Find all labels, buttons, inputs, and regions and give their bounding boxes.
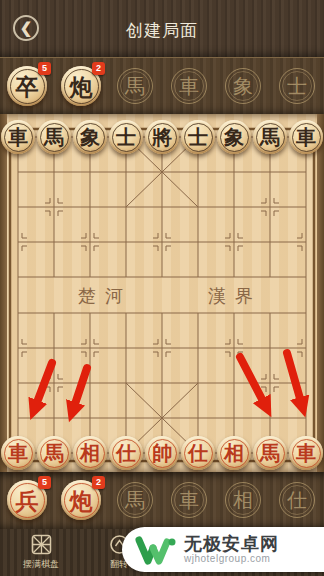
board-piece-red-general[interactable]: 帥	[145, 436, 179, 470]
piece-count-badge: 5	[38, 62, 51, 75]
piece-count-badge: 2	[92, 476, 105, 489]
tray-slot-black-chariot[interactable]: 車	[171, 68, 207, 104]
board-piece-black-advisor[interactable]: 士	[109, 120, 143, 154]
board-piece-black-chariot[interactable]: 車	[1, 120, 35, 154]
red-piece-tray: 兵 5 炮 2 馬 車 相 仕	[0, 472, 324, 529]
watermark-logo-icon	[134, 533, 176, 567]
board-piece-red-elephant[interactable]: 相	[217, 436, 251, 470]
black-piece-tray: 卒 5 炮 2 馬 車 象 士	[0, 57, 324, 115]
board-grid: 楚河 漢界	[0, 114, 324, 472]
board-piece-black-general[interactable]: 將	[145, 120, 179, 154]
tray-slot-black-elephant[interactable]: 象	[225, 68, 261, 104]
watermark-subtitle: wjhotelgroup.com	[184, 554, 279, 565]
board-piece-black-horse[interactable]: 馬	[37, 120, 71, 154]
tray-piece-black-soldier[interactable]: 卒 5	[7, 66, 47, 106]
watermark-title: 无极安卓网	[184, 535, 279, 554]
watermark-text: 无极安卓网 wjhotelgroup.com	[184, 535, 279, 564]
board-piece-red-chariot[interactable]: 車	[1, 436, 35, 470]
watermark: 无极安卓网 wjhotelgroup.com	[122, 527, 324, 572]
page-title: 创建局面	[0, 19, 324, 42]
header-bar: ❮ 创建局面	[0, 0, 324, 57]
piece-count-badge: 2	[92, 62, 105, 75]
board-piece-black-chariot[interactable]: 車	[289, 120, 323, 154]
board-piece-black-elephant[interactable]: 象	[73, 120, 107, 154]
board-piece-red-chariot[interactable]: 車	[289, 436, 323, 470]
river-label-left: 楚河	[78, 285, 132, 306]
board-piece-red-advisor[interactable]: 仕	[109, 436, 143, 470]
tray-slot-black-advisor[interactable]: 士	[279, 68, 315, 104]
board-piece-black-horse[interactable]: 馬	[253, 120, 287, 154]
board-piece-red-horse[interactable]: 馬	[253, 436, 287, 470]
board-piece-black-advisor[interactable]: 士	[181, 120, 215, 154]
board-piece-red-advisor[interactable]: 仕	[181, 436, 215, 470]
tray-piece-red-cannon[interactable]: 炮 2	[61, 480, 101, 520]
tray-slot-red-chariot[interactable]: 車	[171, 482, 207, 518]
tray-slot-red-advisor[interactable]: 仕	[279, 482, 315, 518]
tray-piece-red-soldier[interactable]: 兵 5	[7, 480, 47, 520]
river-label-right: 漢界	[208, 285, 262, 306]
fill-board-icon	[31, 534, 52, 555]
board-piece-red-horse[interactable]: 馬	[37, 436, 71, 470]
tray-slot-black-horse[interactable]: 馬	[117, 68, 153, 104]
tray-slot-red-horse[interactable]: 馬	[117, 482, 153, 518]
tray-slot-red-elephant[interactable]: 相	[225, 482, 261, 518]
tray-piece-black-cannon[interactable]: 炮 2	[61, 66, 101, 106]
xiangqi-board[interactable]: 楚河 漢界 車 馬 象 士 將 士 象 馬 車 車 馬 相 仕 帥 仕 相 馬 …	[0, 114, 324, 472]
app-screen: ❮ 创建局面 卒 5 炮 2 馬 車 象 士	[0, 0, 324, 576]
piece-count-badge: 5	[38, 476, 51, 489]
fill-board-button[interactable]: 摆满棋盘	[12, 534, 70, 571]
board-piece-black-elephant[interactable]: 象	[217, 120, 251, 154]
board-piece-red-elephant[interactable]: 相	[73, 436, 107, 470]
